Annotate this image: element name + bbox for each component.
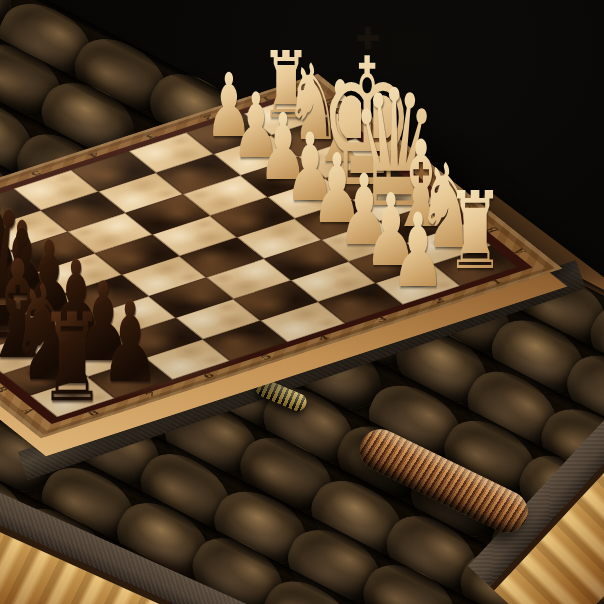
piece-white-rook-a1[interactable]: ♜ [447,178,505,285]
rank-label-front-5: 5 [258,353,273,361]
chess-table-scene: 88AA77BB66CC55DD44EE33FF22GG11HH ♜♞♝♛♚♝♞… [0,0,604,604]
piece-black-rook-a8[interactable]: ♜ [40,298,105,419]
rank-label-front-4: 4 [316,334,331,342]
file-label-white-A: A [510,247,528,255]
piece-white-pawn-a2[interactable]: ♟ [390,201,445,303]
king-black-cross-finial: ✚ [355,24,380,54]
rank-label-front-3: 3 [373,316,388,324]
piece-black-pawn-a7[interactable]: ♟ [100,287,160,398]
rank-label-front-6: 6 [200,372,215,380]
